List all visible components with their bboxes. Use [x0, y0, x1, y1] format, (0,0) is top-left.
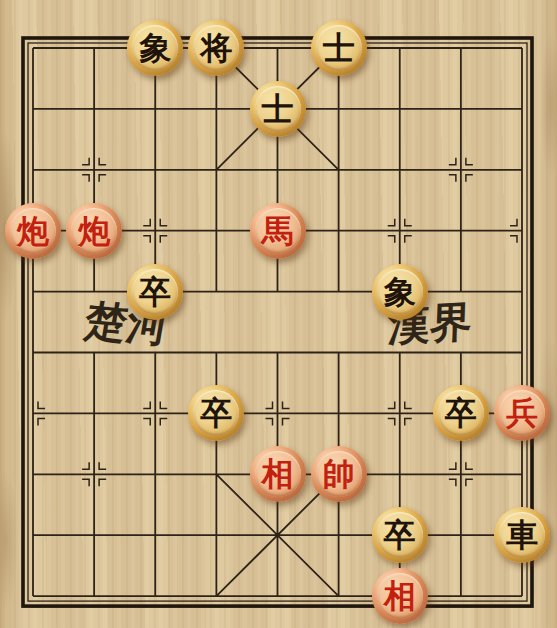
red-piece-face — [499, 390, 545, 436]
black-piece-face — [193, 25, 239, 71]
red-piece-face — [316, 451, 362, 497]
red-piece-face — [255, 451, 301, 497]
xiangqi-board[interactable]: 楚河 漢界 象将士士炮炮馬卒象卒卒兵相帥卒車相 — [0, 0, 557, 628]
red-piece-face — [377, 573, 423, 619]
black-piece-face — [499, 512, 545, 558]
red-piece-face — [10, 208, 56, 254]
red-cannon-piece[interactable]: 炮 — [5, 203, 61, 259]
black-piece-face — [132, 25, 178, 71]
red-horse-piece[interactable]: 馬 — [250, 203, 306, 259]
black-piece-face — [377, 512, 423, 558]
red-piece-face — [255, 208, 301, 254]
black-piece-face — [377, 269, 423, 315]
black-soldier-piece[interactable]: 卒 — [372, 507, 428, 563]
black-soldier-piece[interactable]: 卒 — [127, 264, 183, 320]
black-piece-face — [438, 390, 484, 436]
black-piece-face — [193, 390, 239, 436]
black-advisor-piece[interactable]: 士 — [311, 20, 367, 76]
pieces-layer: 象将士士炮炮馬卒象卒卒兵相帥卒車相 — [0, 0, 557, 628]
red-general-piece[interactable]: 帥 — [311, 446, 367, 502]
black-advisor-piece[interactable]: 士 — [250, 81, 306, 137]
black-piece-face — [316, 25, 362, 71]
red-cannon-piece[interactable]: 炮 — [66, 203, 122, 259]
red-elephant-piece[interactable]: 相 — [250, 446, 306, 502]
red-soldier-piece[interactable]: 兵 — [494, 385, 550, 441]
red-elephant-piece[interactable]: 相 — [372, 568, 428, 624]
black-general-piece[interactable]: 将 — [188, 20, 244, 76]
black-piece-face — [255, 86, 301, 132]
black-piece-face — [132, 269, 178, 315]
black-elephant-piece[interactable]: 象 — [127, 20, 183, 76]
black-soldier-piece[interactable]: 卒 — [433, 385, 489, 441]
red-piece-face — [71, 208, 117, 254]
black-elephant-piece[interactable]: 象 — [372, 264, 428, 320]
black-chariot-piece[interactable]: 車 — [494, 507, 550, 563]
black-soldier-piece[interactable]: 卒 — [188, 385, 244, 441]
